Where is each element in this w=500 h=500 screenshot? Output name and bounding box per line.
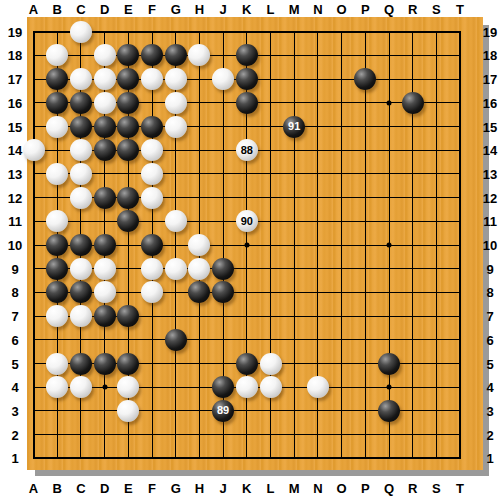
stone-white-L5[interactable] bbox=[260, 353, 282, 375]
row-label-right-5: 5 bbox=[486, 356, 493, 371]
row-label-left-16: 16 bbox=[8, 95, 22, 110]
stone-black-G6[interactable] bbox=[165, 329, 187, 351]
stone-white-D17[interactable] bbox=[94, 68, 116, 90]
col-label-bottom-D: D bbox=[100, 481, 109, 496]
col-label-bottom-L: L bbox=[267, 481, 275, 496]
stone-white-K4[interactable] bbox=[236, 376, 258, 398]
go-diagram: 91889089 AABBCCDDEEFFGGHHJJKKLLMMNNOOPPQ… bbox=[0, 0, 500, 500]
stone-black-F15[interactable] bbox=[141, 116, 163, 138]
stone-white-C9[interactable] bbox=[70, 258, 92, 280]
stone-black-E18[interactable] bbox=[117, 44, 139, 66]
stone-black-D14[interactable] bbox=[94, 139, 116, 161]
col-label-top-S: S bbox=[432, 1, 441, 16]
row-label-right-9: 9 bbox=[486, 261, 493, 276]
col-label-bottom-A: A bbox=[29, 481, 38, 496]
col-label-bottom-K: K bbox=[242, 481, 251, 496]
row-label-left-18: 18 bbox=[8, 48, 22, 63]
row-label-right-4: 4 bbox=[486, 380, 493, 395]
stone-black-E17[interactable] bbox=[117, 68, 139, 90]
move-number-label-89: 89 bbox=[217, 405, 229, 416]
stone-white-K11[interactable]: 90 bbox=[236, 210, 258, 232]
row-label-right-19: 19 bbox=[483, 24, 497, 39]
row-label-right-8: 8 bbox=[486, 285, 493, 300]
row-label-right-6: 6 bbox=[486, 332, 493, 347]
col-label-bottom-H: H bbox=[195, 481, 204, 496]
grid-line-horizontal-1 bbox=[33, 457, 462, 459]
row-label-left-9: 9 bbox=[11, 261, 18, 276]
col-label-top-C: C bbox=[76, 1, 85, 16]
stone-white-G15[interactable] bbox=[165, 116, 187, 138]
stone-white-D8[interactable] bbox=[94, 281, 116, 303]
row-label-right-7: 7 bbox=[486, 309, 493, 324]
col-label-bottom-T: T bbox=[456, 481, 464, 496]
stone-black-C5[interactable] bbox=[70, 353, 92, 375]
stone-white-F14[interactable] bbox=[141, 139, 163, 161]
col-label-top-H: H bbox=[195, 1, 204, 16]
row-label-left-13: 13 bbox=[8, 166, 22, 181]
col-label-bottom-J: J bbox=[219, 481, 226, 496]
row-label-left-7: 7 bbox=[11, 309, 18, 324]
row-label-right-3: 3 bbox=[486, 403, 493, 418]
grid-line-vertical-T bbox=[459, 31, 461, 460]
stone-white-E4[interactable] bbox=[117, 376, 139, 398]
stone-white-C17[interactable] bbox=[70, 68, 92, 90]
stone-white-B15[interactable] bbox=[46, 116, 68, 138]
row-label-left-2: 2 bbox=[11, 427, 18, 442]
stone-black-B10[interactable] bbox=[46, 234, 68, 256]
stone-white-F8[interactable] bbox=[141, 281, 163, 303]
col-label-bottom-O: O bbox=[337, 481, 347, 496]
stone-white-C4[interactable] bbox=[70, 376, 92, 398]
col-label-top-N: N bbox=[313, 1, 322, 16]
col-label-top-L: L bbox=[267, 1, 275, 16]
col-label-bottom-B: B bbox=[52, 481, 61, 496]
stone-white-G17[interactable] bbox=[165, 68, 187, 90]
row-label-right-16: 16 bbox=[483, 95, 497, 110]
stone-white-H18[interactable] bbox=[188, 44, 210, 66]
star-point-Q4 bbox=[387, 385, 392, 390]
goban[interactable]: 91889089 bbox=[27, 17, 483, 470]
stone-black-E15[interactable] bbox=[117, 116, 139, 138]
stone-white-C13[interactable] bbox=[70, 163, 92, 185]
stone-white-N4[interactable] bbox=[307, 376, 329, 398]
stone-black-J9[interactable] bbox=[212, 258, 234, 280]
col-label-top-P: P bbox=[361, 1, 370, 16]
stone-black-B17[interactable] bbox=[46, 68, 68, 90]
stone-white-C7[interactable] bbox=[70, 305, 92, 327]
col-label-bottom-G: G bbox=[171, 481, 181, 496]
row-label-left-4: 4 bbox=[11, 380, 18, 395]
row-label-left-17: 17 bbox=[8, 72, 22, 87]
row-label-right-18: 18 bbox=[483, 48, 497, 63]
stone-black-H8[interactable] bbox=[188, 281, 210, 303]
col-label-top-A: A bbox=[29, 1, 38, 16]
stone-white-F13[interactable] bbox=[141, 163, 163, 185]
stone-white-D9[interactable] bbox=[94, 258, 116, 280]
row-label-right-15: 15 bbox=[483, 119, 497, 134]
col-label-top-B: B bbox=[52, 1, 61, 16]
move-number-label-90: 90 bbox=[241, 216, 253, 227]
row-label-left-19: 19 bbox=[8, 24, 22, 39]
stone-black-B9[interactable] bbox=[46, 258, 68, 280]
row-label-left-14: 14 bbox=[8, 143, 22, 158]
row-label-right-12: 12 bbox=[483, 190, 497, 205]
col-label-top-G: G bbox=[171, 1, 181, 16]
col-label-top-J: J bbox=[219, 1, 226, 16]
grid-line-vertical-M bbox=[294, 31, 295, 460]
star-point-Q16 bbox=[387, 100, 392, 105]
col-label-bottom-Q: Q bbox=[384, 481, 394, 496]
stone-white-B5[interactable] bbox=[46, 353, 68, 375]
row-label-right-14: 14 bbox=[483, 143, 497, 158]
grid-line-horizontal-2 bbox=[33, 434, 462, 435]
stone-black-J3[interactable]: 89 bbox=[212, 400, 234, 422]
stone-black-Q5[interactable] bbox=[378, 353, 400, 375]
col-label-bottom-P: P bbox=[361, 481, 370, 496]
move-number-label-88: 88 bbox=[241, 145, 253, 156]
stone-white-F9[interactable] bbox=[141, 258, 163, 280]
stone-black-E11[interactable] bbox=[117, 210, 139, 232]
stone-black-K18[interactable] bbox=[236, 44, 258, 66]
stone-white-C19[interactable] bbox=[70, 21, 92, 43]
stone-black-R16[interactable] bbox=[402, 92, 424, 114]
stone-black-E5[interactable] bbox=[117, 353, 139, 375]
stone-white-B13[interactable] bbox=[46, 163, 68, 185]
row-label-left-1: 1 bbox=[11, 451, 18, 466]
col-label-top-F: F bbox=[148, 1, 156, 16]
stone-white-A14[interactable] bbox=[23, 139, 45, 161]
stone-black-C8[interactable] bbox=[70, 281, 92, 303]
stone-black-E7[interactable] bbox=[117, 305, 139, 327]
row-label-left-12: 12 bbox=[8, 190, 22, 205]
col-label-top-D: D bbox=[100, 1, 109, 16]
stone-white-K14[interactable]: 88 bbox=[236, 139, 258, 161]
stone-black-J8[interactable] bbox=[212, 281, 234, 303]
stone-white-H9[interactable] bbox=[188, 258, 210, 280]
move-number-label-91: 91 bbox=[288, 121, 300, 132]
stone-black-E16[interactable] bbox=[117, 92, 139, 114]
star-point-D4 bbox=[102, 385, 107, 390]
stone-white-B7[interactable] bbox=[46, 305, 68, 327]
stone-black-C15[interactable] bbox=[70, 116, 92, 138]
col-label-bottom-C: C bbox=[76, 481, 85, 496]
row-label-left-11: 11 bbox=[8, 214, 22, 229]
grid-line-vertical-P bbox=[365, 31, 366, 460]
row-label-right-2: 2 bbox=[486, 427, 493, 442]
stone-white-G9[interactable] bbox=[165, 258, 187, 280]
stone-white-B11[interactable] bbox=[46, 210, 68, 232]
row-label-right-13: 13 bbox=[483, 166, 497, 181]
stone-white-D18[interactable] bbox=[94, 44, 116, 66]
stone-black-D5[interactable] bbox=[94, 353, 116, 375]
col-label-top-E: E bbox=[124, 1, 133, 16]
stone-black-D10[interactable] bbox=[94, 234, 116, 256]
col-label-top-R: R bbox=[408, 1, 417, 16]
stone-black-D15[interactable] bbox=[94, 116, 116, 138]
stone-black-G18[interactable] bbox=[165, 44, 187, 66]
col-label-top-T: T bbox=[456, 1, 464, 16]
stone-white-B18[interactable] bbox=[46, 44, 68, 66]
col-label-bottom-E: E bbox=[124, 481, 133, 496]
stone-white-G16[interactable] bbox=[165, 92, 187, 114]
col-label-bottom-S: S bbox=[432, 481, 441, 496]
row-label-right-17: 17 bbox=[483, 72, 497, 87]
grid-line-vertical-S bbox=[436, 31, 437, 460]
stone-white-F17[interactable] bbox=[141, 68, 163, 90]
stone-white-B4[interactable] bbox=[46, 376, 68, 398]
stone-white-G11[interactable] bbox=[165, 210, 187, 232]
row-label-left-5: 5 bbox=[11, 356, 18, 371]
stone-black-D12[interactable] bbox=[94, 187, 116, 209]
stone-black-C16[interactable] bbox=[70, 92, 92, 114]
stone-black-K17[interactable] bbox=[236, 68, 258, 90]
row-label-left-10: 10 bbox=[8, 238, 22, 253]
row-label-right-11: 11 bbox=[483, 214, 497, 229]
stone-black-P17[interactable] bbox=[354, 68, 376, 90]
stone-black-D7[interactable] bbox=[94, 305, 116, 327]
stone-black-E14[interactable] bbox=[117, 139, 139, 161]
col-label-bottom-N: N bbox=[313, 481, 322, 496]
stone-black-K5[interactable] bbox=[236, 353, 258, 375]
stone-white-E3[interactable] bbox=[117, 400, 139, 422]
row-label-left-15: 15 bbox=[8, 119, 22, 134]
col-label-top-M: M bbox=[289, 1, 300, 16]
stone-white-J17[interactable] bbox=[212, 68, 234, 90]
stone-black-C10[interactable] bbox=[70, 234, 92, 256]
row-label-right-10: 10 bbox=[483, 238, 497, 253]
star-point-K10 bbox=[244, 243, 249, 248]
stone-black-F10[interactable] bbox=[141, 234, 163, 256]
star-point-Q10 bbox=[387, 243, 392, 248]
stone-white-H10[interactable] bbox=[188, 234, 210, 256]
grid-line-vertical-O bbox=[341, 31, 342, 460]
col-label-bottom-M: M bbox=[289, 481, 300, 496]
stone-white-D16[interactable] bbox=[94, 92, 116, 114]
stone-white-C12[interactable] bbox=[70, 187, 92, 209]
stone-black-B16[interactable] bbox=[46, 92, 68, 114]
row-label-left-8: 8 bbox=[11, 285, 18, 300]
stone-white-C14[interactable] bbox=[70, 139, 92, 161]
stone-black-B8[interactable] bbox=[46, 281, 68, 303]
stone-black-Q3[interactable] bbox=[378, 400, 400, 422]
col-label-top-O: O bbox=[337, 1, 347, 16]
stone-white-L4[interactable] bbox=[260, 376, 282, 398]
stone-white-F12[interactable] bbox=[141, 187, 163, 209]
col-label-bottom-F: F bbox=[148, 481, 156, 496]
row-label-right-1: 1 bbox=[486, 451, 493, 466]
stone-black-M15[interactable]: 91 bbox=[283, 116, 305, 138]
col-label-bottom-R: R bbox=[408, 481, 417, 496]
col-label-top-K: K bbox=[242, 1, 251, 16]
row-label-left-3: 3 bbox=[11, 403, 18, 418]
stone-black-F18[interactable] bbox=[141, 44, 163, 66]
col-label-top-Q: Q bbox=[384, 1, 394, 16]
stone-black-E12[interactable] bbox=[117, 187, 139, 209]
row-label-left-6: 6 bbox=[11, 332, 18, 347]
stone-black-K16[interactable] bbox=[236, 92, 258, 114]
stone-black-J4[interactable] bbox=[212, 376, 234, 398]
grid-line-horizontal-6 bbox=[33, 339, 462, 340]
